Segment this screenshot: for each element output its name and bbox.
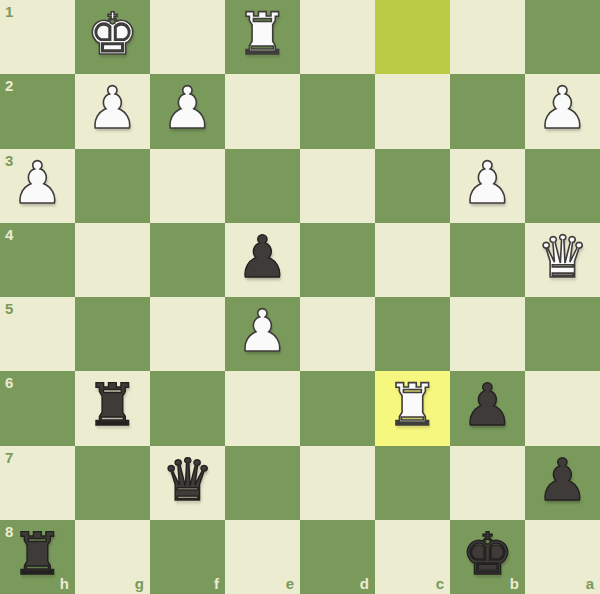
- file-label-a: a: [586, 576, 594, 591]
- square-b5[interactable]: [450, 297, 525, 371]
- square-g5[interactable]: [75, 297, 150, 371]
- square-g8[interactable]: g: [75, 520, 150, 594]
- square-f1[interactable]: [150, 0, 225, 74]
- square-b2[interactable]: [450, 74, 525, 148]
- white-queen-a4[interactable]: ♛: [537, 228, 589, 286]
- square-c5[interactable]: [375, 297, 450, 371]
- square-f2[interactable]: ♟: [150, 74, 225, 148]
- rank-label-4: 4: [5, 227, 13, 242]
- white-pawn-f2[interactable]: ♟: [162, 79, 214, 137]
- black-pawn-a7[interactable]: ♟: [537, 451, 589, 509]
- square-b3[interactable]: ♟: [450, 149, 525, 223]
- square-g6[interactable]: ♜: [75, 371, 150, 445]
- square-h3[interactable]: 3♟: [0, 149, 75, 223]
- square-d3[interactable]: [300, 149, 375, 223]
- white-rook-c6[interactable]: ♜: [387, 376, 439, 434]
- square-a6[interactable]: [525, 371, 600, 445]
- square-a5[interactable]: [525, 297, 600, 371]
- square-e3[interactable]: [225, 149, 300, 223]
- black-rook-h8[interactable]: ♜: [12, 525, 64, 583]
- file-label-f: f: [214, 576, 219, 591]
- square-e4[interactable]: ♟: [225, 223, 300, 297]
- square-e7[interactable]: [225, 446, 300, 520]
- square-a8[interactable]: a: [525, 520, 600, 594]
- file-label-g: g: [135, 576, 144, 591]
- square-d5[interactable]: [300, 297, 375, 371]
- white-rook-e1[interactable]: ♜: [237, 5, 289, 63]
- square-d6[interactable]: [300, 371, 375, 445]
- black-pawn-b6[interactable]: ♟: [462, 376, 514, 434]
- square-c3[interactable]: [375, 149, 450, 223]
- square-f8[interactable]: f: [150, 520, 225, 594]
- square-e6[interactable]: [225, 371, 300, 445]
- square-h7[interactable]: 7: [0, 446, 75, 520]
- square-e1[interactable]: ♜: [225, 0, 300, 74]
- rank-label-7: 7: [5, 450, 13, 465]
- square-h4[interactable]: 4: [0, 223, 75, 297]
- square-f4[interactable]: [150, 223, 225, 297]
- file-label-d: d: [360, 576, 369, 591]
- white-pawn-h3[interactable]: ♟: [12, 154, 64, 212]
- black-king-b8[interactable]: ♚: [462, 525, 514, 583]
- black-rook-g6[interactable]: ♜: [87, 376, 139, 434]
- square-g2[interactable]: ♟: [75, 74, 150, 148]
- square-a3[interactable]: [525, 149, 600, 223]
- square-d4[interactable]: [300, 223, 375, 297]
- square-g4[interactable]: [75, 223, 150, 297]
- file-label-e: e: [286, 576, 294, 591]
- chess-board: 1♚♜2♟♟♟3♟♟4♟♛5♟6♜♜♟7♛♟8h♜gfedcb♚a: [0, 0, 600, 594]
- square-e2[interactable]: [225, 74, 300, 148]
- square-h2[interactable]: 2: [0, 74, 75, 148]
- square-c4[interactable]: [375, 223, 450, 297]
- square-d2[interactable]: [300, 74, 375, 148]
- rank-label-6: 6: [5, 375, 13, 390]
- square-c6[interactable]: ♜: [375, 371, 450, 445]
- square-h1[interactable]: 1: [0, 0, 75, 74]
- square-b8[interactable]: b♚: [450, 520, 525, 594]
- square-c2[interactable]: [375, 74, 450, 148]
- square-f7[interactable]: ♛: [150, 446, 225, 520]
- square-b6[interactable]: ♟: [450, 371, 525, 445]
- square-e8[interactable]: e: [225, 520, 300, 594]
- square-c8[interactable]: c: [375, 520, 450, 594]
- rank-label-1: 1: [5, 4, 13, 19]
- file-label-c: c: [436, 576, 444, 591]
- square-h8[interactable]: 8h♜: [0, 520, 75, 594]
- square-g7[interactable]: [75, 446, 150, 520]
- white-pawn-e5[interactable]: ♟: [237, 302, 289, 360]
- square-h6[interactable]: 6: [0, 371, 75, 445]
- square-g1[interactable]: ♚: [75, 0, 150, 74]
- square-a1[interactable]: [525, 0, 600, 74]
- square-f5[interactable]: [150, 297, 225, 371]
- black-pawn-e4[interactable]: ♟: [237, 228, 289, 286]
- square-c1[interactable]: [375, 0, 450, 74]
- square-b7[interactable]: [450, 446, 525, 520]
- rank-label-5: 5: [5, 301, 13, 316]
- square-a4[interactable]: ♛: [525, 223, 600, 297]
- white-pawn-a2[interactable]: ♟: [537, 79, 589, 137]
- white-pawn-b3[interactable]: ♟: [462, 154, 514, 212]
- square-d8[interactable]: d: [300, 520, 375, 594]
- square-a7[interactable]: ♟: [525, 446, 600, 520]
- square-f6[interactable]: [150, 371, 225, 445]
- square-a2[interactable]: ♟: [525, 74, 600, 148]
- square-c7[interactable]: [375, 446, 450, 520]
- white-pawn-g2[interactable]: ♟: [87, 79, 139, 137]
- square-b4[interactable]: [450, 223, 525, 297]
- square-d7[interactable]: [300, 446, 375, 520]
- square-b1[interactable]: [450, 0, 525, 74]
- square-d1[interactable]: [300, 0, 375, 74]
- square-e5[interactable]: ♟: [225, 297, 300, 371]
- white-king-g1[interactable]: ♚: [87, 5, 139, 63]
- square-h5[interactable]: 5: [0, 297, 75, 371]
- rank-label-2: 2: [5, 78, 13, 93]
- square-g3[interactable]: [75, 149, 150, 223]
- square-f3[interactable]: [150, 149, 225, 223]
- black-queen-f7[interactable]: ♛: [162, 451, 214, 509]
